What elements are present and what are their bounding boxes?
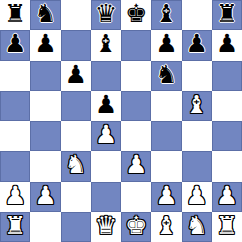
square-e5[interactable] — [121, 91, 151, 121]
square-b8[interactable]: ♞ — [30, 0, 60, 30]
square-g7[interactable]: ♟ — [182, 30, 212, 60]
piece-black-pawn[interactable]: ♟ — [155, 30, 177, 59]
square-a5[interactable] — [0, 91, 30, 121]
piece-black-bishop[interactable]: ♝ — [155, 0, 177, 29]
square-h5[interactable] — [212, 91, 242, 121]
piece-white-pawn[interactable]: ♟ — [95, 121, 117, 150]
square-a2[interactable]: ♟ — [0, 182, 30, 212]
square-h8[interactable]: ♜ — [212, 0, 242, 30]
piece-black-knight[interactable]: ♞ — [155, 61, 177, 90]
square-h3[interactable] — [212, 151, 242, 181]
piece-black-pawn[interactable]: ♟ — [216, 30, 238, 59]
square-b3[interactable] — [30, 151, 60, 181]
square-e4[interactable] — [121, 121, 151, 151]
square-a7[interactable]: ♟ — [0, 30, 30, 60]
piece-white-rook[interactable]: ♜ — [4, 212, 26, 241]
square-a1[interactable]: ♜ — [0, 212, 30, 242]
piece-white-king[interactable]: ♚ — [125, 212, 147, 241]
square-d6[interactable] — [91, 61, 121, 91]
square-c8[interactable] — [61, 0, 91, 30]
square-h6[interactable] — [212, 61, 242, 91]
square-c5[interactable] — [61, 91, 91, 121]
square-g8[interactable] — [182, 0, 212, 30]
square-c4[interactable] — [61, 121, 91, 151]
square-b2[interactable]: ♟ — [30, 182, 60, 212]
square-d3[interactable] — [91, 151, 121, 181]
piece-white-pawn[interactable]: ♟ — [34, 182, 56, 211]
square-b7[interactable]: ♟ — [30, 30, 60, 60]
square-g4[interactable] — [182, 121, 212, 151]
square-d1[interactable]: ♛ — [91, 212, 121, 242]
square-g5[interactable]: ♝ — [182, 91, 212, 121]
square-e8[interactable]: ♚ — [121, 0, 151, 30]
piece-white-bishop[interactable]: ♝ — [155, 212, 177, 241]
square-c6[interactable]: ♟ — [61, 61, 91, 91]
piece-black-pawn[interactable]: ♟ — [64, 61, 86, 90]
piece-black-rook[interactable]: ♜ — [216, 0, 238, 29]
square-e7[interactable] — [121, 30, 151, 60]
piece-white-pawn[interactable]: ♟ — [155, 182, 177, 211]
square-a4[interactable] — [0, 121, 30, 151]
square-c1[interactable] — [61, 212, 91, 242]
piece-white-bishop[interactable]: ♝ — [185, 91, 207, 120]
piece-black-knight[interactable]: ♞ — [34, 0, 56, 29]
square-f6[interactable]: ♞ — [151, 61, 181, 91]
square-b1[interactable] — [30, 212, 60, 242]
square-g6[interactable] — [182, 61, 212, 91]
square-c2[interactable] — [61, 182, 91, 212]
piece-black-bishop[interactable]: ♝ — [95, 30, 117, 59]
chess-board: ♜♞♛♚♝♜♟♟♝♟♟♟♟♞♟♝♟♞♟♟♟♟♟♟♜♛♚♝♞♜ — [0, 0, 242, 242]
piece-white-pawn[interactable]: ♟ — [216, 182, 238, 211]
square-c7[interactable] — [61, 30, 91, 60]
square-a3[interactable] — [0, 151, 30, 181]
square-h1[interactable]: ♜ — [212, 212, 242, 242]
square-e2[interactable] — [121, 182, 151, 212]
piece-black-pawn[interactable]: ♟ — [4, 30, 26, 59]
square-a8[interactable]: ♜ — [0, 0, 30, 30]
square-f1[interactable]: ♝ — [151, 212, 181, 242]
piece-white-knight[interactable]: ♞ — [185, 212, 207, 241]
square-d8[interactable]: ♛ — [91, 0, 121, 30]
piece-white-knight[interactable]: ♞ — [64, 151, 86, 180]
piece-white-pawn[interactable]: ♟ — [4, 182, 26, 211]
square-f7[interactable]: ♟ — [151, 30, 181, 60]
square-d7[interactable]: ♝ — [91, 30, 121, 60]
piece-black-pawn[interactable]: ♟ — [185, 30, 207, 59]
square-g1[interactable]: ♞ — [182, 212, 212, 242]
square-f4[interactable] — [151, 121, 181, 151]
square-h7[interactable]: ♟ — [212, 30, 242, 60]
piece-black-queen[interactable]: ♛ — [95, 0, 117, 29]
square-b5[interactable] — [30, 91, 60, 121]
piece-black-rook[interactable]: ♜ — [4, 0, 26, 29]
square-d2[interactable] — [91, 182, 121, 212]
square-b6[interactable] — [30, 61, 60, 91]
piece-white-rook[interactable]: ♜ — [216, 212, 238, 241]
square-f3[interactable] — [151, 151, 181, 181]
square-e1[interactable]: ♚ — [121, 212, 151, 242]
piece-white-pawn[interactable]: ♟ — [185, 182, 207, 211]
square-g2[interactable]: ♟ — [182, 182, 212, 212]
piece-white-queen[interactable]: ♛ — [95, 212, 117, 241]
square-e3[interactable]: ♟ — [121, 151, 151, 181]
square-h2[interactable]: ♟ — [212, 182, 242, 212]
piece-black-pawn[interactable]: ♟ — [95, 91, 117, 120]
square-e6[interactable] — [121, 61, 151, 91]
square-g3[interactable] — [182, 151, 212, 181]
square-f2[interactable]: ♟ — [151, 182, 181, 212]
piece-black-king[interactable]: ♚ — [125, 0, 147, 29]
square-d4[interactable]: ♟ — [91, 121, 121, 151]
square-c3[interactable]: ♞ — [61, 151, 91, 181]
square-d5[interactable]: ♟ — [91, 91, 121, 121]
piece-white-pawn[interactable]: ♟ — [125, 151, 147, 180]
square-f5[interactable] — [151, 91, 181, 121]
square-h4[interactable] — [212, 121, 242, 151]
piece-black-pawn[interactable]: ♟ — [34, 30, 56, 59]
square-b4[interactable] — [30, 121, 60, 151]
square-f8[interactable]: ♝ — [151, 0, 181, 30]
square-a6[interactable] — [0, 61, 30, 91]
